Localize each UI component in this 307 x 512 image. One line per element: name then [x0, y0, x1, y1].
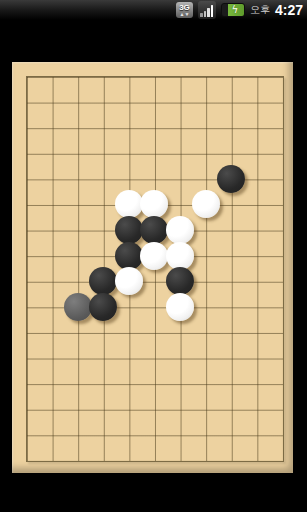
- signal-strength-icon: [198, 1, 216, 19]
- data-arrows-icon: ▲▼: [180, 12, 190, 17]
- game-board: [12, 62, 293, 473]
- meridiem-label: 오후: [250, 3, 270, 17]
- lightning-bolt-icon: ϟ: [232, 5, 237, 15]
- data-3g-icon: 3G ▲▼: [176, 2, 193, 18]
- status-bar: 3G ▲▼ ϟ 오후 4:27: [0, 0, 307, 21]
- clock-time: 4:27: [275, 2, 303, 18]
- phone-screen: 3G ▲▼ ϟ 오후 4:27: [0, 0, 307, 512]
- board-grid[interactable]: [26, 76, 284, 462]
- battery-charging-icon: ϟ: [221, 3, 245, 17]
